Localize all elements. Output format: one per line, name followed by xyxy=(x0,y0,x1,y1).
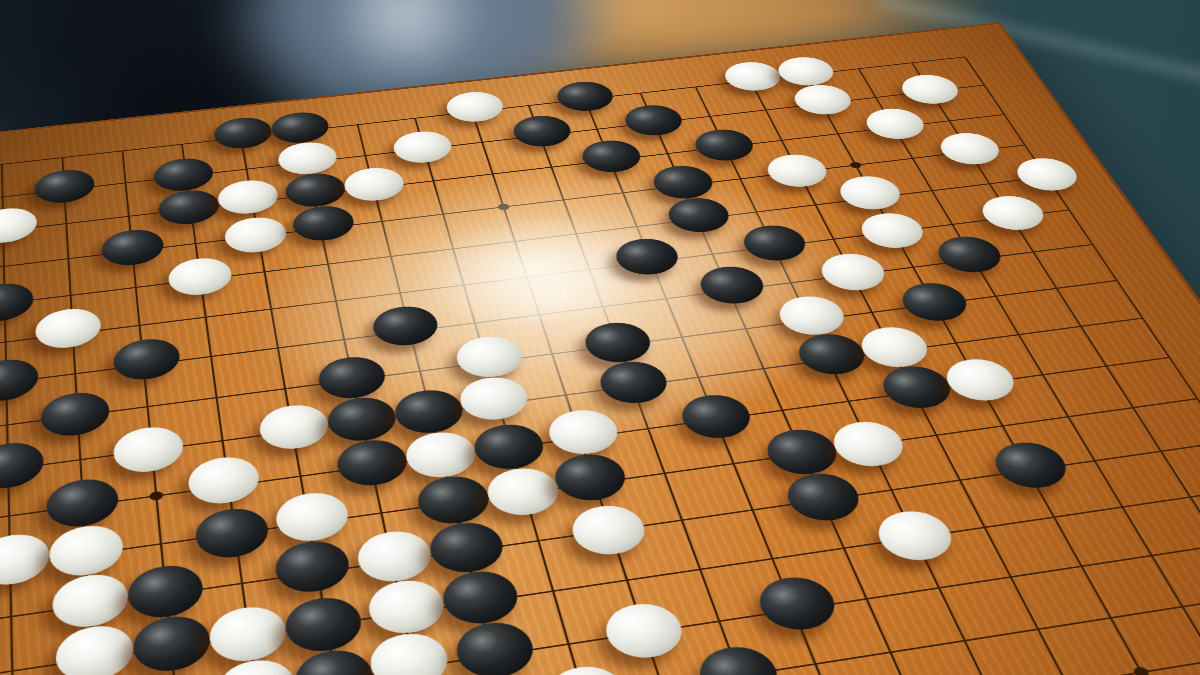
go-board[interactable] xyxy=(0,24,1200,675)
star-point xyxy=(149,490,163,501)
grid-line-horizontal xyxy=(0,114,1004,238)
star-point xyxy=(849,161,863,168)
star-point xyxy=(497,203,510,211)
blurred-denim-highlight xyxy=(330,0,480,80)
scene xyxy=(0,0,1200,675)
